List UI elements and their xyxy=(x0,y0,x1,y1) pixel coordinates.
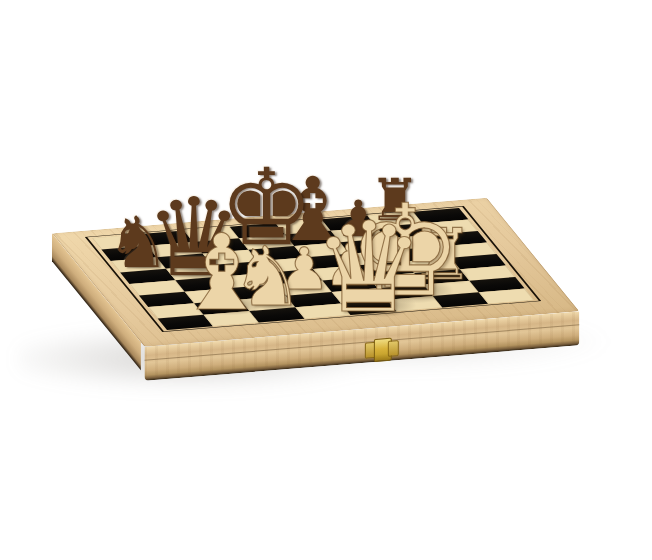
chess-set-photo: ♜♚♝♟♞♛♟♟♜♝♞♚♛ xyxy=(0,0,652,560)
latch-right-wing xyxy=(388,340,399,357)
piece-light-bishop: ♝ xyxy=(175,221,269,326)
square-h1 xyxy=(479,289,534,304)
brass-latch-icon xyxy=(365,337,399,362)
piece-light-queen: ♛ xyxy=(313,205,425,330)
